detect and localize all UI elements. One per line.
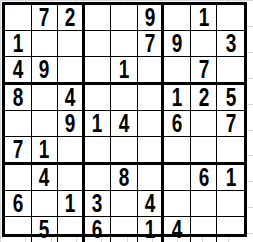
- given-digit: 4: [144, 191, 155, 216]
- sudoku-cell-r9c6[interactable]: 1: [138, 217, 165, 242]
- given-digit: 4: [12, 57, 23, 82]
- given-digit: 9: [144, 5, 155, 30]
- sudoku-cell-r1c5[interactable]: [111, 5, 138, 31]
- sudoku-cell-r7c1[interactable]: [5, 165, 32, 191]
- sudoku-cell-r2c7[interactable]: 9: [164, 31, 191, 57]
- sudoku-cell-r2c4[interactable]: [85, 31, 112, 57]
- sudoku-cell-r1c2[interactable]: 7: [32, 5, 59, 31]
- given-digit: 6: [12, 191, 23, 216]
- sudoku-cell-r2c1[interactable]: 1: [5, 31, 32, 57]
- sudoku-cell-r4c4[interactable]: [85, 85, 112, 111]
- sudoku-cell-r6c2[interactable]: 1: [32, 137, 59, 165]
- sudoku-cell-r7c6[interactable]: [138, 165, 165, 191]
- sudoku-cell-r3c1[interactable]: 4: [5, 57, 32, 85]
- given-digit: 1: [65, 191, 76, 216]
- sudoku-cell-r7c4[interactable]: [85, 165, 112, 191]
- sudoku-cell-r9c9[interactable]: [217, 217, 244, 242]
- given-digit: 5: [39, 217, 50, 242]
- sudoku-cell-r8c7[interactable]: [164, 191, 191, 217]
- given-digit: 4: [119, 111, 130, 136]
- given-digit: 9: [39, 57, 50, 82]
- sudoku-cell-r1c7[interactable]: [164, 5, 191, 31]
- sudoku-cell-r5c7[interactable]: 6: [164, 111, 191, 137]
- sudoku-cell-r7c8[interactable]: 6: [191, 165, 218, 191]
- given-digit: 3: [92, 191, 103, 216]
- given-digit: 1: [119, 57, 130, 82]
- sudoku-cell-r3c2[interactable]: 9: [32, 57, 59, 85]
- sudoku-cell-r5c2[interactable]: [32, 111, 59, 137]
- sudoku-screenshot: 729117934917841259146771486161345614: [0, 0, 253, 242]
- sudoku-cell-r6c7[interactable]: [164, 137, 191, 165]
- sudoku-cell-r2c3[interactable]: [58, 31, 85, 57]
- sudoku-cell-r2c5[interactable]: [111, 31, 138, 57]
- sudoku-cell-r4c3[interactable]: 4: [58, 85, 85, 111]
- sudoku-cell-r7c3[interactable]: [58, 165, 85, 191]
- sudoku-cell-r7c7[interactable]: [164, 165, 191, 191]
- sudoku-cell-r5c8[interactable]: [191, 111, 218, 137]
- sudoku-cell-r3c6[interactable]: [138, 57, 165, 85]
- sudoku-cell-r3c8[interactable]: 7: [191, 57, 218, 85]
- sudoku-cell-r3c7[interactable]: [164, 57, 191, 85]
- given-digit: 2: [198, 85, 209, 110]
- sudoku-cell-r9c3[interactable]: [58, 217, 85, 242]
- given-digit: 3: [225, 31, 236, 56]
- sudoku-cell-r7c9[interactable]: 1: [217, 165, 244, 191]
- sudoku-cell-r6c8[interactable]: [191, 137, 218, 165]
- given-digit: 6: [198, 165, 209, 190]
- sudoku-cell-r3c4[interactable]: [85, 57, 112, 85]
- given-digit: 2: [65, 5, 76, 30]
- sudoku-cell-r8c8[interactable]: [191, 191, 218, 217]
- sudoku-cell-r9c8[interactable]: [191, 217, 218, 242]
- sudoku-cell-r4c1[interactable]: 8: [5, 85, 32, 111]
- given-digit: 1: [144, 217, 155, 242]
- given-digit: 7: [39, 5, 50, 30]
- sudoku-cell-r5c5[interactable]: 4: [111, 111, 138, 137]
- given-digit: 6: [92, 217, 103, 242]
- sudoku-cell-r2c6[interactable]: 7: [138, 31, 165, 57]
- sudoku-cell-r7c5[interactable]: 8: [111, 165, 138, 191]
- sudoku-cell-r3c9[interactable]: [217, 57, 244, 85]
- given-digit: 8: [12, 85, 23, 110]
- sudoku-cell-r9c5[interactable]: [111, 217, 138, 242]
- sudoku-cell-r8c3[interactable]: 1: [58, 191, 85, 217]
- sudoku-cell-r9c7[interactable]: 4: [164, 217, 191, 242]
- sudoku-cell-r4c6[interactable]: [138, 85, 165, 111]
- sudoku-cell-r4c5[interactable]: [111, 85, 138, 111]
- sudoku-cell-r4c8[interactable]: 2: [191, 85, 218, 111]
- sudoku-cell-r7c2[interactable]: 4: [32, 165, 59, 191]
- given-digit: 9: [172, 31, 183, 56]
- sudoku-cell-r5c9[interactable]: 7: [217, 111, 244, 137]
- sudoku-cell-r8c6[interactable]: 4: [138, 191, 165, 217]
- sudoku-cell-r8c9[interactable]: [217, 191, 244, 217]
- sudoku-cell-r6c3[interactable]: [58, 137, 85, 165]
- sudoku-board: 729117934917841259146771486161345614: [2, 2, 247, 237]
- sudoku-cell-r1c9[interactable]: [217, 5, 244, 31]
- sudoku-cell-r2c2[interactable]: [32, 31, 59, 57]
- given-digit: 1: [198, 5, 209, 30]
- given-digit: 7: [225, 111, 236, 136]
- sudoku-cell-r1c8[interactable]: 1: [191, 5, 218, 31]
- sudoku-cell-r6c6[interactable]: [138, 137, 165, 165]
- given-digit: 4: [172, 217, 183, 242]
- given-digit: 1: [225, 165, 236, 190]
- sudoku-cell-r8c4[interactable]: 3: [85, 191, 112, 217]
- sudoku-cell-r4c9[interactable]: 5: [217, 85, 244, 111]
- given-digit: 4: [39, 165, 50, 190]
- sudoku-cell-r3c3[interactable]: [58, 57, 85, 85]
- sudoku-cell-r8c2[interactable]: [32, 191, 59, 217]
- given-digit: 5: [225, 85, 236, 110]
- sudoku-cell-r1c3[interactable]: 2: [58, 5, 85, 31]
- sudoku-cell-r9c1[interactable]: [5, 217, 32, 242]
- given-digit: 8: [119, 165, 130, 190]
- given-digit: 1: [12, 31, 23, 56]
- given-digit: 1: [172, 85, 183, 110]
- sudoku-cell-r6c1[interactable]: 7: [5, 137, 32, 165]
- sudoku-cell-r5c3[interactable]: 9: [58, 111, 85, 137]
- sudoku-cell-r6c9[interactable]: [217, 137, 244, 165]
- sudoku-cell-r2c9[interactable]: 3: [217, 31, 244, 57]
- sudoku-cell-r2c8[interactable]: [191, 31, 218, 57]
- given-digit: 7: [144, 31, 155, 56]
- sudoku-cell-r5c4[interactable]: 1: [85, 111, 112, 137]
- sudoku-cell-r8c5[interactable]: [111, 191, 138, 217]
- given-digit: 1: [92, 111, 103, 136]
- sudoku-cell-r6c4[interactable]: [85, 137, 112, 165]
- sudoku-cell-r4c7[interactable]: 1: [164, 85, 191, 111]
- given-digit: 7: [12, 137, 23, 162]
- given-digit: 9: [65, 111, 76, 136]
- sudoku-cell-r8c1[interactable]: 6: [5, 191, 32, 217]
- sudoku-cell-r5c6[interactable]: [138, 111, 165, 137]
- given-digit: 4: [65, 85, 76, 110]
- given-digit: 7: [198, 57, 209, 82]
- sudoku-cell-r1c1[interactable]: [5, 5, 32, 31]
- sudoku-cell-r9c4[interactable]: 6: [85, 217, 112, 242]
- given-digit: 1: [39, 137, 50, 162]
- sudoku-cell-r6c5[interactable]: [111, 137, 138, 165]
- sudoku-cell-r4c2[interactable]: [32, 85, 59, 111]
- sudoku-cell-r1c4[interactable]: [85, 5, 112, 31]
- given-digit: 6: [172, 111, 183, 136]
- sudoku-cell-r9c2[interactable]: 5: [32, 217, 59, 242]
- sudoku-cell-r5c1[interactable]: [5, 111, 32, 137]
- sudoku-cell-r3c5[interactable]: 1: [111, 57, 138, 85]
- sudoku-cell-r1c6[interactable]: 9: [138, 5, 165, 31]
